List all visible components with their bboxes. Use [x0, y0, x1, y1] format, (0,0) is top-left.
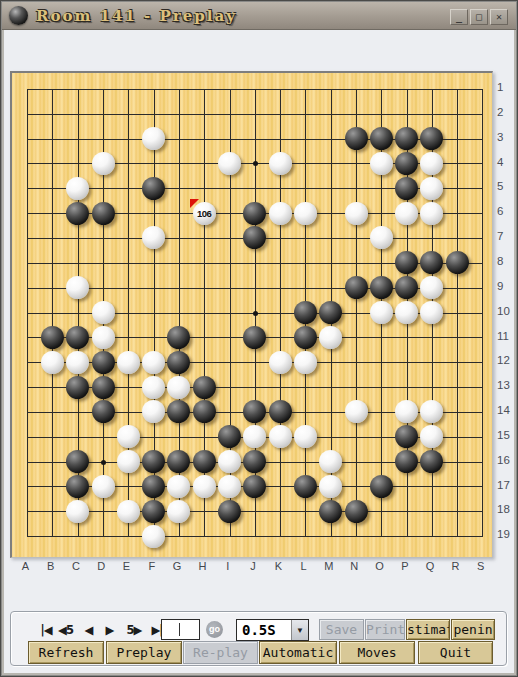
title-bar[interactable]: Room 141 - Preplay _ □ ✕	[2, 2, 516, 30]
intersection-L10[interactable]	[293, 301, 318, 326]
intersection-K15[interactable]	[268, 425, 293, 450]
intersection-G19[interactable]	[167, 524, 192, 549]
intersection-N12[interactable]	[344, 350, 369, 375]
intersection-Q19[interactable]	[420, 524, 445, 549]
intersection-E11[interactable]	[116, 325, 141, 350]
intersection-Q2[interactable]	[420, 102, 445, 127]
intersection-B9[interactable]	[40, 276, 65, 301]
intersection-J13[interactable]	[243, 375, 268, 400]
intersection-B2[interactable]	[40, 102, 65, 127]
intersection-R14[interactable]	[445, 400, 470, 425]
go-button[interactable]: go	[206, 621, 223, 638]
intersection-O17[interactable]	[369, 475, 394, 500]
intersection-A3[interactable]	[15, 127, 40, 152]
intersection-B14[interactable]	[40, 400, 65, 425]
intersection-N4[interactable]	[344, 152, 369, 177]
intersection-D12[interactable]	[91, 350, 116, 375]
intersection-C16[interactable]	[66, 450, 91, 475]
intersection-O11[interactable]	[369, 325, 394, 350]
intersection-E5[interactable]	[116, 176, 141, 201]
intersection-F13[interactable]	[141, 375, 166, 400]
intersection-P13[interactable]	[394, 375, 419, 400]
back-5-button[interactable]: ◀5	[56, 622, 75, 639]
intersection-S11[interactable]	[470, 325, 495, 350]
intersection-N18[interactable]	[344, 499, 369, 524]
intersection-J18[interactable]	[243, 499, 268, 524]
intersection-I17[interactable]	[217, 475, 242, 500]
intersection-M18[interactable]	[319, 499, 344, 524]
intersection-C8[interactable]	[66, 251, 91, 276]
intersection-Q3[interactable]	[420, 127, 445, 152]
intersection-I10[interactable]	[217, 301, 242, 326]
intersection-K13[interactable]	[268, 375, 293, 400]
intersection-F4[interactable]	[141, 152, 166, 177]
intersection-E9[interactable]	[116, 276, 141, 301]
intersection-F15[interactable]	[141, 425, 166, 450]
intersection-D13[interactable]	[91, 375, 116, 400]
intersection-Q17[interactable]	[420, 475, 445, 500]
intersection-H4[interactable]	[192, 152, 217, 177]
intersection-I19[interactable]	[217, 524, 242, 549]
intersection-C3[interactable]	[66, 127, 91, 152]
intersection-I9[interactable]	[217, 276, 242, 301]
intersection-H3[interactable]	[192, 127, 217, 152]
intersection-A1[interactable]	[15, 77, 40, 102]
intersection-J14[interactable]	[243, 400, 268, 425]
intersection-E16[interactable]	[116, 450, 141, 475]
intersection-C9[interactable]	[66, 276, 91, 301]
intersection-K1[interactable]	[268, 77, 293, 102]
intersection-J9[interactable]	[243, 276, 268, 301]
opening-button[interactable]: penin	[451, 619, 495, 640]
intersection-I15[interactable]	[217, 425, 242, 450]
intersection-S7[interactable]	[470, 226, 495, 251]
intersection-D6[interactable]	[91, 201, 116, 226]
intersection-H10[interactable]	[192, 301, 217, 326]
intersection-C5[interactable]	[66, 176, 91, 201]
intersection-H11[interactable]	[192, 325, 217, 350]
intersection-M9[interactable]	[319, 276, 344, 301]
intersection-I2[interactable]	[217, 102, 242, 127]
intersection-R19[interactable]	[445, 524, 470, 549]
intersection-F18[interactable]	[141, 499, 166, 524]
intersection-J15[interactable]	[243, 425, 268, 450]
intersection-O6[interactable]	[369, 201, 394, 226]
intersection-L3[interactable]	[293, 127, 318, 152]
intersection-P17[interactable]	[394, 475, 419, 500]
intersection-K16[interactable]	[268, 450, 293, 475]
intersection-M16[interactable]	[319, 450, 344, 475]
intersection-D1[interactable]	[91, 77, 116, 102]
intersection-P11[interactable]	[394, 325, 419, 350]
intersection-S15[interactable]	[470, 425, 495, 450]
intersection-G6[interactable]	[167, 201, 192, 226]
intersection-L5[interactable]	[293, 176, 318, 201]
intersection-R9[interactable]	[445, 276, 470, 301]
intersection-I6[interactable]	[217, 201, 242, 226]
intersection-J16[interactable]	[243, 450, 268, 475]
intersection-N11[interactable]	[344, 325, 369, 350]
intersection-A14[interactable]	[15, 400, 40, 425]
intersection-O10[interactable]	[369, 301, 394, 326]
intersection-Q14[interactable]	[420, 400, 445, 425]
intersection-K4[interactable]	[268, 152, 293, 177]
intersection-M10[interactable]	[319, 301, 344, 326]
intersection-J11[interactable]	[243, 325, 268, 350]
intersection-J17[interactable]	[243, 475, 268, 500]
intersection-M6[interactable]	[319, 201, 344, 226]
estimate-button[interactable]: stimat	[406, 619, 450, 640]
intersection-N10[interactable]	[344, 301, 369, 326]
to-start-button[interactable]: |◀	[36, 622, 56, 639]
intersection-E18[interactable]	[116, 499, 141, 524]
intersection-S14[interactable]	[470, 400, 495, 425]
intersection-N14[interactable]	[344, 400, 369, 425]
intersection-E14[interactable]	[116, 400, 141, 425]
intersection-E8[interactable]	[116, 251, 141, 276]
intersection-K7[interactable]	[268, 226, 293, 251]
intersection-E2[interactable]	[116, 102, 141, 127]
speed-select[interactable]: 0.5S▼	[236, 619, 309, 641]
intersection-E1[interactable]	[116, 77, 141, 102]
intersection-K11[interactable]	[268, 325, 293, 350]
intersection-M11[interactable]	[319, 325, 344, 350]
intersection-P18[interactable]	[394, 499, 419, 524]
intersection-O9[interactable]	[369, 276, 394, 301]
intersection-P14[interactable]	[394, 400, 419, 425]
intersection-A11[interactable]	[15, 325, 40, 350]
intersection-H8[interactable]	[192, 251, 217, 276]
intersection-R17[interactable]	[445, 475, 470, 500]
intersection-B8[interactable]	[40, 251, 65, 276]
intersection-C1[interactable]	[66, 77, 91, 102]
intersection-G3[interactable]	[167, 127, 192, 152]
intersection-R2[interactable]	[445, 102, 470, 127]
intersection-I4[interactable]	[217, 152, 242, 177]
intersection-R6[interactable]	[445, 201, 470, 226]
intersection-S12[interactable]	[470, 350, 495, 375]
intersection-L18[interactable]	[293, 499, 318, 524]
intersection-J1[interactable]	[243, 77, 268, 102]
close-button[interactable]: ✕	[490, 9, 508, 25]
intersection-J12[interactable]	[243, 350, 268, 375]
intersection-C4[interactable]	[66, 152, 91, 177]
intersection-N8[interactable]	[344, 251, 369, 276]
intersection-K10[interactable]	[268, 301, 293, 326]
intersection-G1[interactable]	[167, 77, 192, 102]
intersection-P6[interactable]	[394, 201, 419, 226]
intersection-Q5[interactable]	[420, 176, 445, 201]
intersection-N2[interactable]	[344, 102, 369, 127]
intersection-J8[interactable]	[243, 251, 268, 276]
intersection-N9[interactable]	[344, 276, 369, 301]
intersection-O7[interactable]	[369, 226, 394, 251]
intersection-J5[interactable]	[243, 176, 268, 201]
intersection-A9[interactable]	[15, 276, 40, 301]
intersection-O1[interactable]	[369, 77, 394, 102]
intersection-L16[interactable]	[293, 450, 318, 475]
maximize-button[interactable]: □	[470, 9, 488, 25]
intersection-E10[interactable]	[116, 301, 141, 326]
intersection-F14[interactable]	[141, 400, 166, 425]
intersection-I12[interactable]	[217, 350, 242, 375]
intersection-A2[interactable]	[15, 102, 40, 127]
intersection-M8[interactable]	[319, 251, 344, 276]
intersection-R10[interactable]	[445, 301, 470, 326]
intersection-D7[interactable]	[91, 226, 116, 251]
intersection-K9[interactable]	[268, 276, 293, 301]
intersection-S10[interactable]	[470, 301, 495, 326]
intersection-H17[interactable]	[192, 475, 217, 500]
intersection-P3[interactable]	[394, 127, 419, 152]
intersection-P19[interactable]	[394, 524, 419, 549]
intersection-O15[interactable]	[369, 425, 394, 450]
intersection-Q18[interactable]	[420, 499, 445, 524]
intersection-M7[interactable]	[319, 226, 344, 251]
intersection-A15[interactable]	[15, 425, 40, 450]
intersection-N16[interactable]	[344, 450, 369, 475]
forward-1-button[interactable]: ▶	[102, 622, 117, 639]
intersection-M1[interactable]	[319, 77, 344, 102]
intersection-H19[interactable]	[192, 524, 217, 549]
intersection-A5[interactable]	[15, 176, 40, 201]
intersection-L12[interactable]	[293, 350, 318, 375]
intersection-S6[interactable]	[470, 201, 495, 226]
intersection-C11[interactable]	[66, 325, 91, 350]
intersection-H5[interactable]	[192, 176, 217, 201]
intersection-B17[interactable]	[40, 475, 65, 500]
intersection-O3[interactable]	[369, 127, 394, 152]
intersection-Q11[interactable]	[420, 325, 445, 350]
intersection-C18[interactable]	[66, 499, 91, 524]
intersection-Q6[interactable]	[420, 201, 445, 226]
intersection-L7[interactable]	[293, 226, 318, 251]
intersection-D8[interactable]	[91, 251, 116, 276]
intersection-P1[interactable]	[394, 77, 419, 102]
intersection-Q1[interactable]	[420, 77, 445, 102]
intersection-N19[interactable]	[344, 524, 369, 549]
intersection-K6[interactable]	[268, 201, 293, 226]
quit-button[interactable]: Quit	[418, 641, 493, 664]
intersection-B13[interactable]	[40, 375, 65, 400]
intersection-F7[interactable]	[141, 226, 166, 251]
intersection-G4[interactable]	[167, 152, 192, 177]
intersection-D14[interactable]	[91, 400, 116, 425]
intersection-J7[interactable]	[243, 226, 268, 251]
intersection-N15[interactable]	[344, 425, 369, 450]
intersection-F8[interactable]	[141, 251, 166, 276]
intersection-K5[interactable]	[268, 176, 293, 201]
intersection-M5[interactable]	[319, 176, 344, 201]
intersection-L9[interactable]	[293, 276, 318, 301]
intersection-F17[interactable]	[141, 475, 166, 500]
intersection-K19[interactable]	[268, 524, 293, 549]
intersection-S19[interactable]	[470, 524, 495, 549]
intersection-D16[interactable]	[91, 450, 116, 475]
intersection-D9[interactable]	[91, 276, 116, 301]
intersection-B16[interactable]	[40, 450, 65, 475]
intersection-H16[interactable]	[192, 450, 217, 475]
intersection-B7[interactable]	[40, 226, 65, 251]
intersection-E13[interactable]	[116, 375, 141, 400]
intersection-M3[interactable]	[319, 127, 344, 152]
intersection-P10[interactable]	[394, 301, 419, 326]
intersection-P12[interactable]	[394, 350, 419, 375]
intersection-Q13[interactable]	[420, 375, 445, 400]
refresh-button[interactable]: Refresh	[28, 641, 104, 664]
intersection-E17[interactable]	[116, 475, 141, 500]
intersection-A4[interactable]	[15, 152, 40, 177]
intersection-R5[interactable]	[445, 176, 470, 201]
intersection-F16[interactable]	[141, 450, 166, 475]
intersection-C12[interactable]	[66, 350, 91, 375]
back-1-button[interactable]: ◀	[81, 622, 96, 639]
intersection-C7[interactable]	[66, 226, 91, 251]
intersection-N7[interactable]	[344, 226, 369, 251]
intersection-I1[interactable]	[217, 77, 242, 102]
intersection-B18[interactable]	[40, 499, 65, 524]
intersection-L6[interactable]	[293, 201, 318, 226]
intersection-Q10[interactable]	[420, 301, 445, 326]
intersection-I5[interactable]	[217, 176, 242, 201]
intersection-B12[interactable]	[40, 350, 65, 375]
intersection-P5[interactable]	[394, 176, 419, 201]
intersection-S8[interactable]	[470, 251, 495, 276]
intersection-I8[interactable]	[217, 251, 242, 276]
intersection-O5[interactable]	[369, 176, 394, 201]
intersection-S13[interactable]	[470, 375, 495, 400]
intersection-O19[interactable]	[369, 524, 394, 549]
intersection-S2[interactable]	[470, 102, 495, 127]
intersection-E19[interactable]	[116, 524, 141, 549]
intersection-S5[interactable]	[470, 176, 495, 201]
intersection-L1[interactable]	[293, 77, 318, 102]
intersection-A12[interactable]	[15, 350, 40, 375]
intersection-K18[interactable]	[268, 499, 293, 524]
intersection-R13[interactable]	[445, 375, 470, 400]
intersection-R15[interactable]	[445, 425, 470, 450]
intersection-M15[interactable]	[319, 425, 344, 450]
intersection-R12[interactable]	[445, 350, 470, 375]
intersection-H15[interactable]	[192, 425, 217, 450]
intersection-I18[interactable]	[217, 499, 242, 524]
intersection-C13[interactable]	[66, 375, 91, 400]
preplay-button[interactable]: Preplay	[106, 641, 182, 664]
intersection-I16[interactable]	[217, 450, 242, 475]
intersection-Q9[interactable]	[420, 276, 445, 301]
intersection-M19[interactable]	[319, 524, 344, 549]
intersection-Q16[interactable]	[420, 450, 445, 475]
intersection-N6[interactable]	[344, 201, 369, 226]
intersection-R7[interactable]	[445, 226, 470, 251]
intersection-J2[interactable]	[243, 102, 268, 127]
intersection-D4[interactable]	[91, 152, 116, 177]
intersection-S1[interactable]	[470, 77, 495, 102]
intersection-K3[interactable]	[268, 127, 293, 152]
intersection-G11[interactable]	[167, 325, 192, 350]
intersection-P7[interactable]	[394, 226, 419, 251]
intersection-J19[interactable]	[243, 524, 268, 549]
intersection-P16[interactable]	[394, 450, 419, 475]
intersection-G15[interactable]	[167, 425, 192, 450]
intersection-L14[interactable]	[293, 400, 318, 425]
intersection-R16[interactable]	[445, 450, 470, 475]
intersection-D11[interactable]	[91, 325, 116, 350]
intersection-H9[interactable]	[192, 276, 217, 301]
intersection-O13[interactable]	[369, 375, 394, 400]
intersection-G17[interactable]	[167, 475, 192, 500]
intersection-S3[interactable]	[470, 127, 495, 152]
intersection-N13[interactable]	[344, 375, 369, 400]
intersection-O8[interactable]	[369, 251, 394, 276]
intersection-K17[interactable]	[268, 475, 293, 500]
intersection-H14[interactable]	[192, 400, 217, 425]
intersection-H12[interactable]	[192, 350, 217, 375]
intersection-R8[interactable]	[445, 251, 470, 276]
intersection-R11[interactable]	[445, 325, 470, 350]
intersection-O18[interactable]	[369, 499, 394, 524]
intersection-S9[interactable]	[470, 276, 495, 301]
intersection-G8[interactable]	[167, 251, 192, 276]
intersection-B6[interactable]	[40, 201, 65, 226]
move-number-input[interactable]	[161, 619, 200, 640]
intersection-B11[interactable]	[40, 325, 65, 350]
intersection-C19[interactable]	[66, 524, 91, 549]
intersection-L4[interactable]	[293, 152, 318, 177]
intersection-G2[interactable]	[167, 102, 192, 127]
intersection-N5[interactable]	[344, 176, 369, 201]
chevron-down-icon[interactable]: ▼	[291, 620, 308, 640]
intersection-N17[interactable]	[344, 475, 369, 500]
intersection-H2[interactable]	[192, 102, 217, 127]
intersection-Q8[interactable]	[420, 251, 445, 276]
intersection-G14[interactable]	[167, 400, 192, 425]
intersection-O14[interactable]	[369, 400, 394, 425]
intersection-O12[interactable]	[369, 350, 394, 375]
intersection-A18[interactable]	[15, 499, 40, 524]
intersection-C14[interactable]	[66, 400, 91, 425]
intersection-S17[interactable]	[470, 475, 495, 500]
intersection-F9[interactable]	[141, 276, 166, 301]
intersection-I3[interactable]	[217, 127, 242, 152]
intersection-A17[interactable]	[15, 475, 40, 500]
intersection-M13[interactable]	[319, 375, 344, 400]
intersection-L19[interactable]	[293, 524, 318, 549]
intersection-B1[interactable]	[40, 77, 65, 102]
intersection-I7[interactable]	[217, 226, 242, 251]
intersection-C17[interactable]	[66, 475, 91, 500]
intersection-D19[interactable]	[91, 524, 116, 549]
intersection-P8[interactable]	[394, 251, 419, 276]
intersection-G7[interactable]	[167, 226, 192, 251]
intersection-Q15[interactable]	[420, 425, 445, 450]
intersection-K12[interactable]	[268, 350, 293, 375]
intersection-D5[interactable]	[91, 176, 116, 201]
intersection-F5[interactable]	[141, 176, 166, 201]
intersection-J4[interactable]	[243, 152, 268, 177]
intersection-H7[interactable]	[192, 226, 217, 251]
intersection-S4[interactable]	[470, 152, 495, 177]
intersection-D15[interactable]	[91, 425, 116, 450]
intersection-B10[interactable]	[40, 301, 65, 326]
intersection-M14[interactable]	[319, 400, 344, 425]
intersection-E6[interactable]	[116, 201, 141, 226]
intersection-K8[interactable]	[268, 251, 293, 276]
intersection-L17[interactable]	[293, 475, 318, 500]
intersection-O4[interactable]	[369, 152, 394, 177]
intersection-I11[interactable]	[217, 325, 242, 350]
intersection-L2[interactable]	[293, 102, 318, 127]
